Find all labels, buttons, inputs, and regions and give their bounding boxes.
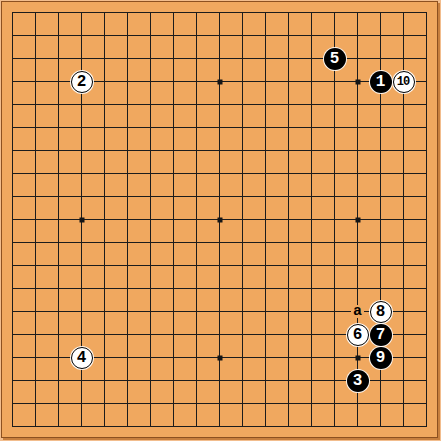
intersection-r9-c19[interactable] (415, 185, 438, 208)
intersection-r18-c18[interactable] (392, 392, 415, 415)
intersection-r6-c18[interactable] (392, 116, 415, 139)
intersection-r2-c9[interactable] (185, 24, 208, 47)
intersection-r1-c1[interactable] (1, 1, 24, 24)
intersection-r6-c15[interactable] (323, 116, 346, 139)
intersection-r18-c16[interactable] (346, 392, 369, 415)
intersection-r2-c17[interactable] (369, 24, 392, 47)
intersection-r6-c3[interactable] (47, 116, 70, 139)
stone-white-2[interactable]: 2 (71, 71, 93, 93)
intersection-r10-c14[interactable] (300, 208, 323, 231)
intersection-r18-c2[interactable] (24, 392, 47, 415)
intersection-r12-c1[interactable] (1, 254, 24, 277)
intersection-r13-c8[interactable] (162, 277, 185, 300)
intersection-r4-c7[interactable] (139, 70, 162, 93)
intersection-r7-c15[interactable] (323, 139, 346, 162)
intersection-r11-c17[interactable] (369, 231, 392, 254)
intersection-r7-c11[interactable] (231, 139, 254, 162)
intersection-r12-c4[interactable] (70, 254, 93, 277)
intersection-r19-c11[interactable] (231, 415, 254, 438)
intersection-r9-c1[interactable] (1, 185, 24, 208)
intersection-r9-c4[interactable] (70, 185, 93, 208)
intersection-r7-c16[interactable] (346, 139, 369, 162)
intersection-r15-c7[interactable] (139, 323, 162, 346)
intersection-r15-c4[interactable] (70, 323, 93, 346)
intersection-r13-c3[interactable] (47, 277, 70, 300)
intersection-r5-c16[interactable] (346, 93, 369, 116)
intersection-r4-c4[interactable]: 2 (70, 70, 93, 93)
intersection-r16-c15[interactable] (323, 346, 346, 369)
intersection-r16-c1[interactable] (1, 346, 24, 369)
intersection-r11-c2[interactable] (24, 231, 47, 254)
intersection-r16-c9[interactable] (185, 346, 208, 369)
intersection-r8-c1[interactable] (1, 162, 24, 185)
intersection-r7-c4[interactable] (70, 139, 93, 162)
intersection-r16-c7[interactable] (139, 346, 162, 369)
intersection-r16-c4[interactable]: 4 (70, 346, 93, 369)
intersection-r14-c3[interactable] (47, 300, 70, 323)
intersection-r16-c6[interactable] (116, 346, 139, 369)
intersection-r2-c6[interactable] (116, 24, 139, 47)
intersection-r8-c19[interactable] (415, 162, 438, 185)
intersection-r5-c3[interactable] (47, 93, 70, 116)
intersection-r13-c17[interactable] (369, 277, 392, 300)
intersection-r2-c15[interactable] (323, 24, 346, 47)
intersection-r11-c4[interactable] (70, 231, 93, 254)
intersection-r16-c12[interactable] (254, 346, 277, 369)
intersection-r13-c6[interactable] (116, 277, 139, 300)
intersection-r10-c6[interactable] (116, 208, 139, 231)
intersection-r18-c14[interactable] (300, 392, 323, 415)
intersection-r4-c5[interactable] (93, 70, 116, 93)
intersection-r19-c6[interactable] (116, 415, 139, 438)
intersection-r18-c10[interactable] (208, 392, 231, 415)
intersection-r5-c5[interactable] (93, 93, 116, 116)
intersection-r9-c14[interactable] (300, 185, 323, 208)
intersection-r5-c8[interactable] (162, 93, 185, 116)
intersection-r5-c12[interactable] (254, 93, 277, 116)
intersection-r3-c16[interactable] (346, 47, 369, 70)
intersection-r4-c18[interactable]: 10 (392, 70, 415, 93)
intersection-r8-c8[interactable] (162, 162, 185, 185)
intersection-r9-c10[interactable] (208, 185, 231, 208)
intersection-r3-c11[interactable] (231, 47, 254, 70)
intersection-r11-c1[interactable] (1, 231, 24, 254)
intersection-r5-c11[interactable] (231, 93, 254, 116)
intersection-r5-c2[interactable] (24, 93, 47, 116)
intersection-r7-c19[interactable] (415, 139, 438, 162)
intersection-r4-c1[interactable] (1, 70, 24, 93)
intersection-r17-c13[interactable] (277, 369, 300, 392)
intersection-r4-c10[interactable] (208, 70, 231, 93)
intersection-r6-c16[interactable] (346, 116, 369, 139)
intersection-r19-c1[interactable] (1, 415, 24, 438)
stone-black-5[interactable]: 5 (324, 48, 346, 70)
intersection-r3-c12[interactable] (254, 47, 277, 70)
intersection-r14-c9[interactable] (185, 300, 208, 323)
intersection-r1-c15[interactable] (323, 1, 346, 24)
intersection-r5-c19[interactable] (415, 93, 438, 116)
intersection-r18-c11[interactable] (231, 392, 254, 415)
intersection-r13-c19[interactable] (415, 277, 438, 300)
intersection-r19-c9[interactable] (185, 415, 208, 438)
intersection-r4-c16[interactable] (346, 70, 369, 93)
intersection-r16-c3[interactable] (47, 346, 70, 369)
intersection-r9-c18[interactable] (392, 185, 415, 208)
intersection-r12-c18[interactable] (392, 254, 415, 277)
intersection-r17-c11[interactable] (231, 369, 254, 392)
intersection-r19-c10[interactable] (208, 415, 231, 438)
intersection-r14-c12[interactable] (254, 300, 277, 323)
intersection-r18-c9[interactable] (185, 392, 208, 415)
intersection-r10-c19[interactable] (415, 208, 438, 231)
intersection-r10-c13[interactable] (277, 208, 300, 231)
intersection-r9-c8[interactable] (162, 185, 185, 208)
intersection-r7-c12[interactable] (254, 139, 277, 162)
intersection-r19-c3[interactable] (47, 415, 70, 438)
intersection-r2-c7[interactable] (139, 24, 162, 47)
intersection-r5-c6[interactable] (116, 93, 139, 116)
intersection-r19-c8[interactable] (162, 415, 185, 438)
intersection-r14-c13[interactable] (277, 300, 300, 323)
intersection-r15-c18[interactable] (392, 323, 415, 346)
intersection-r9-c5[interactable] (93, 185, 116, 208)
intersection-r19-c18[interactable] (392, 415, 415, 438)
intersection-r13-c13[interactable] (277, 277, 300, 300)
stone-black-3[interactable]: 3 (347, 370, 369, 392)
intersection-r2-c14[interactable] (300, 24, 323, 47)
intersection-r14-c8[interactable] (162, 300, 185, 323)
intersection-r15-c15[interactable] (323, 323, 346, 346)
intersection-r1-c5[interactable] (93, 1, 116, 24)
intersection-r5-c1[interactable] (1, 93, 24, 116)
intersection-r14-c19[interactable] (415, 300, 438, 323)
intersection-r8-c18[interactable] (392, 162, 415, 185)
intersection-r12-c12[interactable] (254, 254, 277, 277)
intersection-r10-c12[interactable] (254, 208, 277, 231)
intersection-r6-c13[interactable] (277, 116, 300, 139)
intersection-r19-c4[interactable] (70, 415, 93, 438)
intersection-r19-c19[interactable] (415, 415, 438, 438)
intersection-r10-c15[interactable] (323, 208, 346, 231)
intersection-r5-c9[interactable] (185, 93, 208, 116)
intersection-r7-c14[interactable] (300, 139, 323, 162)
intersection-r6-c17[interactable] (369, 116, 392, 139)
stone-black-9[interactable]: 9 (370, 347, 392, 369)
intersection-r9-c2[interactable] (24, 185, 47, 208)
intersection-r12-c17[interactable] (369, 254, 392, 277)
intersection-r9-c7[interactable] (139, 185, 162, 208)
intersection-r12-c19[interactable] (415, 254, 438, 277)
intersection-r11-c16[interactable] (346, 231, 369, 254)
intersection-r15-c6[interactable] (116, 323, 139, 346)
intersection-r10-c17[interactable] (369, 208, 392, 231)
intersection-r4-c6[interactable] (116, 70, 139, 93)
intersection-r11-c6[interactable] (116, 231, 139, 254)
intersection-r7-c10[interactable] (208, 139, 231, 162)
intersection-r1-c3[interactable] (47, 1, 70, 24)
intersection-r8-c17[interactable] (369, 162, 392, 185)
intersection-r17-c2[interactable] (24, 369, 47, 392)
intersection-r14-c6[interactable] (116, 300, 139, 323)
intersection-r18-c19[interactable] (415, 392, 438, 415)
intersection-r5-c13[interactable] (277, 93, 300, 116)
intersection-r14-c15[interactable] (323, 300, 346, 323)
intersection-r13-c15[interactable] (323, 277, 346, 300)
intersection-r6-c1[interactable] (1, 116, 24, 139)
intersection-r19-c5[interactable] (93, 415, 116, 438)
intersection-r6-c14[interactable] (300, 116, 323, 139)
intersection-r5-c4[interactable] (70, 93, 93, 116)
intersection-r9-c11[interactable] (231, 185, 254, 208)
intersection-r5-c17[interactable] (369, 93, 392, 116)
intersection-r14-c7[interactable] (139, 300, 162, 323)
intersection-r8-c6[interactable] (116, 162, 139, 185)
intersection-r6-c7[interactable] (139, 116, 162, 139)
intersection-r7-c5[interactable] (93, 139, 116, 162)
intersection-r8-c11[interactable] (231, 162, 254, 185)
intersection-r4-c2[interactable] (24, 70, 47, 93)
intersection-r2-c5[interactable] (93, 24, 116, 47)
intersection-r3-c15[interactable]: 5 (323, 47, 346, 70)
intersection-r19-c12[interactable] (254, 415, 277, 438)
intersection-r19-c15[interactable] (323, 415, 346, 438)
intersection-r5-c18[interactable] (392, 93, 415, 116)
intersection-r10-c9[interactable] (185, 208, 208, 231)
intersection-r4-c9[interactable] (185, 70, 208, 93)
intersection-r16-c18[interactable] (392, 346, 415, 369)
intersection-r11-c12[interactable] (254, 231, 277, 254)
intersection-r12-c13[interactable] (277, 254, 300, 277)
intersection-r6-c5[interactable] (93, 116, 116, 139)
intersection-r19-c7[interactable] (139, 415, 162, 438)
intersection-r13-c7[interactable] (139, 277, 162, 300)
stone-white-10[interactable]: 10 (393, 71, 415, 93)
intersection-r6-c12[interactable] (254, 116, 277, 139)
intersection-r17-c18[interactable] (392, 369, 415, 392)
intersection-r12-c3[interactable] (47, 254, 70, 277)
intersection-r2-c4[interactable] (70, 24, 93, 47)
intersection-r14-c16[interactable]: a (346, 300, 369, 323)
intersection-r8-c4[interactable] (70, 162, 93, 185)
intersection-r2-c12[interactable] (254, 24, 277, 47)
intersection-r17-c9[interactable] (185, 369, 208, 392)
intersection-r14-c10[interactable] (208, 300, 231, 323)
intersection-r12-c11[interactable] (231, 254, 254, 277)
intersection-r3-c5[interactable] (93, 47, 116, 70)
intersection-r11-c5[interactable] (93, 231, 116, 254)
intersection-r4-c3[interactable] (47, 70, 70, 93)
intersection-r12-c8[interactable] (162, 254, 185, 277)
intersection-r4-c19[interactable] (415, 70, 438, 93)
intersection-r11-c9[interactable] (185, 231, 208, 254)
intersection-r17-c16[interactable]: 3 (346, 369, 369, 392)
intersection-r6-c10[interactable] (208, 116, 231, 139)
intersection-r2-c8[interactable] (162, 24, 185, 47)
intersection-r14-c14[interactable] (300, 300, 323, 323)
intersection-r12-c2[interactable] (24, 254, 47, 277)
stone-white-4[interactable]: 4 (71, 347, 93, 369)
intersection-r15-c10[interactable] (208, 323, 231, 346)
intersection-r18-c13[interactable] (277, 392, 300, 415)
intersection-r2-c11[interactable] (231, 24, 254, 47)
intersection-r11-c10[interactable] (208, 231, 231, 254)
intersection-r8-c5[interactable] (93, 162, 116, 185)
intersection-r19-c17[interactable] (369, 415, 392, 438)
intersection-r7-c7[interactable] (139, 139, 162, 162)
intersection-r11-c8[interactable] (162, 231, 185, 254)
intersection-r9-c6[interactable] (116, 185, 139, 208)
intersection-r14-c4[interactable] (70, 300, 93, 323)
intersection-r17-c5[interactable] (93, 369, 116, 392)
intersection-r8-c15[interactable] (323, 162, 346, 185)
intersection-r12-c10[interactable] (208, 254, 231, 277)
intersection-r3-c9[interactable] (185, 47, 208, 70)
intersection-r15-c12[interactable] (254, 323, 277, 346)
intersection-r3-c19[interactable] (415, 47, 438, 70)
intersection-r10-c7[interactable] (139, 208, 162, 231)
intersection-r2-c19[interactable] (415, 24, 438, 47)
intersection-r19-c13[interactable] (277, 415, 300, 438)
intersection-r14-c18[interactable] (392, 300, 415, 323)
intersection-r10-c1[interactable] (1, 208, 24, 231)
intersection-r19-c14[interactable] (300, 415, 323, 438)
intersection-r17-c4[interactable] (70, 369, 93, 392)
intersection-r1-c8[interactable] (162, 1, 185, 24)
intersection-r3-c7[interactable] (139, 47, 162, 70)
intersection-r4-c11[interactable] (231, 70, 254, 93)
intersection-r8-c13[interactable] (277, 162, 300, 185)
intersection-r9-c9[interactable] (185, 185, 208, 208)
intersection-r11-c13[interactable] (277, 231, 300, 254)
intersection-r11-c14[interactable] (300, 231, 323, 254)
intersection-r1-c16[interactable] (346, 1, 369, 24)
intersection-r1-c13[interactable] (277, 1, 300, 24)
intersection-r12-c14[interactable] (300, 254, 323, 277)
intersection-r13-c16[interactable] (346, 277, 369, 300)
intersection-r14-c11[interactable] (231, 300, 254, 323)
intersection-r11-c7[interactable] (139, 231, 162, 254)
intersection-r15-c8[interactable] (162, 323, 185, 346)
intersection-r13-c14[interactable] (300, 277, 323, 300)
intersection-r6-c9[interactable] (185, 116, 208, 139)
intersection-r8-c7[interactable] (139, 162, 162, 185)
intersection-r18-c17[interactable] (369, 392, 392, 415)
intersection-r3-c6[interactable] (116, 47, 139, 70)
intersection-r10-c3[interactable] (47, 208, 70, 231)
intersection-r12-c6[interactable] (116, 254, 139, 277)
intersection-r3-c14[interactable] (300, 47, 323, 70)
intersection-r13-c12[interactable] (254, 277, 277, 300)
intersection-r15-c5[interactable] (93, 323, 116, 346)
intersection-r15-c11[interactable] (231, 323, 254, 346)
intersection-r8-c12[interactable] (254, 162, 277, 185)
intersection-r15-c19[interactable] (415, 323, 438, 346)
intersection-r16-c17[interactable]: 9 (369, 346, 392, 369)
intersection-r2-c13[interactable] (277, 24, 300, 47)
intersection-r14-c17[interactable]: 8 (369, 300, 392, 323)
intersection-r11-c19[interactable] (415, 231, 438, 254)
intersection-r8-c14[interactable] (300, 162, 323, 185)
intersection-r2-c10[interactable] (208, 24, 231, 47)
intersection-r15-c1[interactable] (1, 323, 24, 346)
intersection-r5-c10[interactable] (208, 93, 231, 116)
intersection-r10-c5[interactable] (93, 208, 116, 231)
intersection-r7-c17[interactable] (369, 139, 392, 162)
intersection-r8-c2[interactable] (24, 162, 47, 185)
intersection-r15-c13[interactable] (277, 323, 300, 346)
intersection-r2-c3[interactable] (47, 24, 70, 47)
intersection-r3-c10[interactable] (208, 47, 231, 70)
intersection-r15-c2[interactable] (24, 323, 47, 346)
intersection-r1-c9[interactable] (185, 1, 208, 24)
intersection-r14-c2[interactable] (24, 300, 47, 323)
intersection-r18-c15[interactable] (323, 392, 346, 415)
intersection-r15-c9[interactable] (185, 323, 208, 346)
intersection-r18-c12[interactable] (254, 392, 277, 415)
intersection-r5-c14[interactable] (300, 93, 323, 116)
stone-black-7[interactable]: 7 (370, 324, 392, 346)
intersection-r15-c16[interactable]: 6 (346, 323, 369, 346)
intersection-r18-c4[interactable] (70, 392, 93, 415)
intersection-r1-c10[interactable] (208, 1, 231, 24)
intersection-r18-c3[interactable] (47, 392, 70, 415)
intersection-r16-c11[interactable] (231, 346, 254, 369)
intersection-r1-c6[interactable] (116, 1, 139, 24)
intersection-r3-c1[interactable] (1, 47, 24, 70)
intersection-r14-c1[interactable] (1, 300, 24, 323)
intersection-r3-c4[interactable] (70, 47, 93, 70)
intersection-r8-c9[interactable] (185, 162, 208, 185)
intersection-r11-c3[interactable] (47, 231, 70, 254)
intersection-r6-c6[interactable] (116, 116, 139, 139)
intersection-r1-c12[interactable] (254, 1, 277, 24)
intersection-r17-c15[interactable] (323, 369, 346, 392)
intersection-r13-c5[interactable] (93, 277, 116, 300)
intersection-r14-c5[interactable] (93, 300, 116, 323)
intersection-r6-c11[interactable] (231, 116, 254, 139)
intersection-r3-c3[interactable] (47, 47, 70, 70)
intersection-r9-c12[interactable] (254, 185, 277, 208)
intersection-r15-c17[interactable]: 7 (369, 323, 392, 346)
intersection-r18-c1[interactable] (1, 392, 24, 415)
intersection-r10-c2[interactable] (24, 208, 47, 231)
intersection-r12-c5[interactable] (93, 254, 116, 277)
intersection-r11-c18[interactable] (392, 231, 415, 254)
intersection-r4-c14[interactable] (300, 70, 323, 93)
intersection-r16-c2[interactable] (24, 346, 47, 369)
intersection-r3-c8[interactable] (162, 47, 185, 70)
intersection-r11-c11[interactable] (231, 231, 254, 254)
intersection-r19-c2[interactable] (24, 415, 47, 438)
intersection-r16-c19[interactable] (415, 346, 438, 369)
intersection-r1-c17[interactable] (369, 1, 392, 24)
intersection-r8-c16[interactable] (346, 162, 369, 185)
intersection-r7-c3[interactable] (47, 139, 70, 162)
intersection-r16-c10[interactable] (208, 346, 231, 369)
intersection-r17-c8[interactable] (162, 369, 185, 392)
intersection-r10-c10[interactable] (208, 208, 231, 231)
intersection-r17-c10[interactable] (208, 369, 231, 392)
intersection-r2-c16[interactable] (346, 24, 369, 47)
intersection-r13-c9[interactable] (185, 277, 208, 300)
intersection-r6-c8[interactable] (162, 116, 185, 139)
intersection-r17-c14[interactable] (300, 369, 323, 392)
intersection-r9-c16[interactable] (346, 185, 369, 208)
intersection-r4-c15[interactable] (323, 70, 346, 93)
intersection-r7-c2[interactable] (24, 139, 47, 162)
intersection-r10-c11[interactable] (231, 208, 254, 231)
intersection-r4-c13[interactable] (277, 70, 300, 93)
